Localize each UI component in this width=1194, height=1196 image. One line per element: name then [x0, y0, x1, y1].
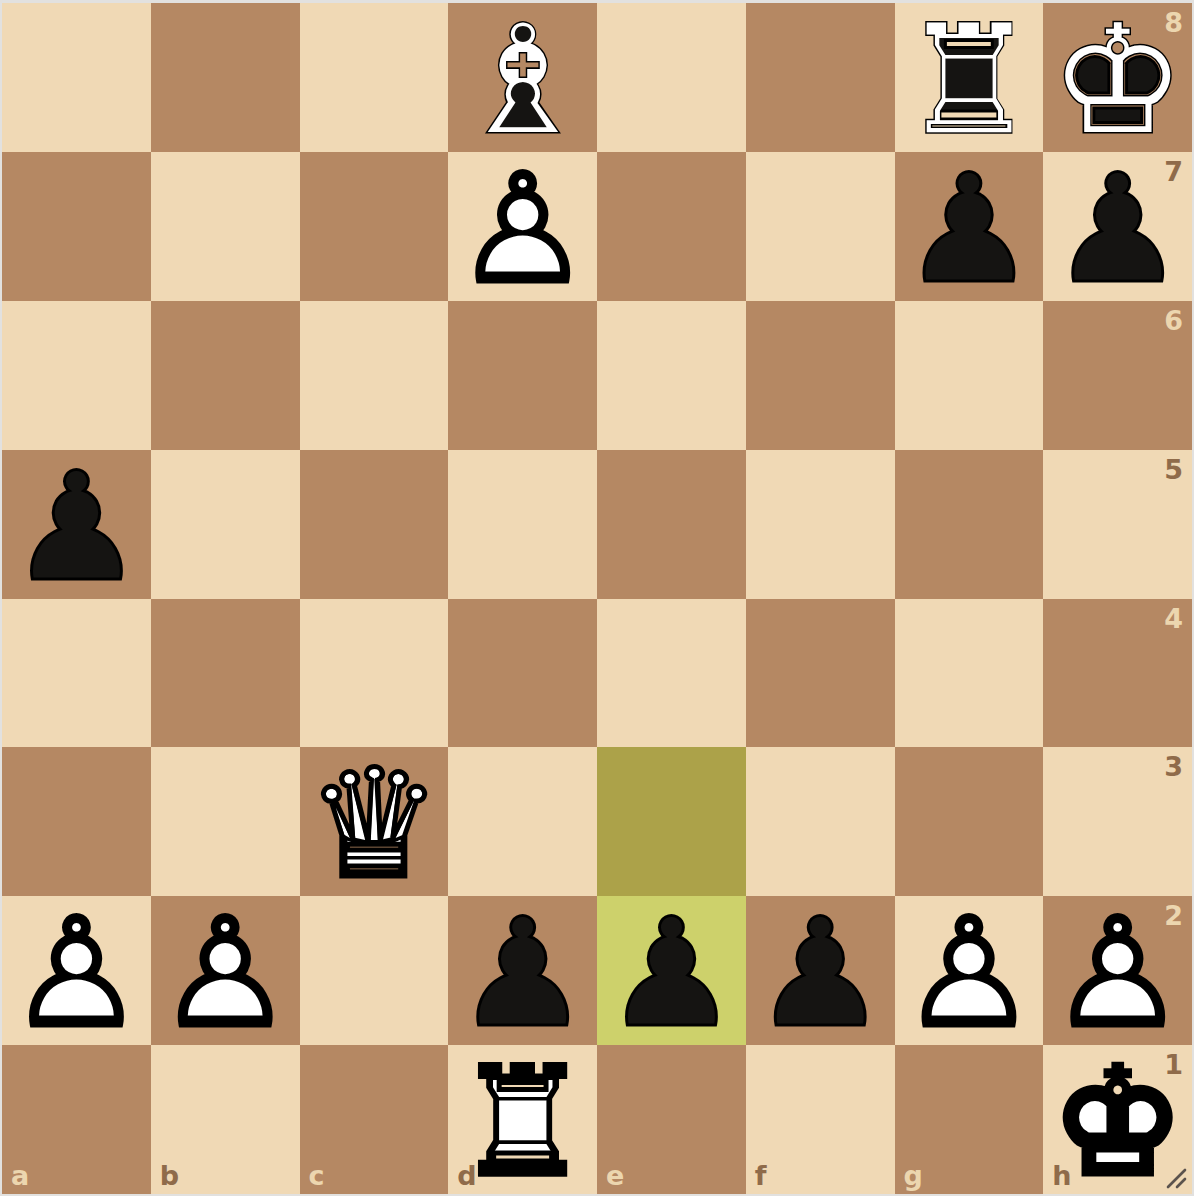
- piece-black-pawn[interactable]: ♟: [448, 896, 597, 1045]
- square-b8[interactable]: [151, 3, 300, 152]
- square-d7[interactable]: ♟♙: [448, 152, 597, 301]
- black-king-glyph-detail: ♔: [1050, 5, 1184, 155]
- square-d3[interactable]: [448, 747, 597, 896]
- piece-white-pawn[interactable]: ♟♙: [448, 152, 597, 301]
- square-e3[interactable]: [597, 747, 746, 896]
- square-g7[interactable]: ♟: [895, 152, 1044, 301]
- square-d5[interactable]: [448, 450, 597, 599]
- square-d6[interactable]: [448, 301, 597, 450]
- square-e7[interactable]: [597, 152, 746, 301]
- square-b1[interactable]: b: [151, 1045, 300, 1194]
- square-c3[interactable]: ♛♕: [300, 747, 449, 896]
- square-h8[interactable]: 8♚♔: [1043, 3, 1192, 152]
- square-e8[interactable]: [597, 3, 746, 152]
- white-pawn-glyph-detail: ♙: [455, 153, 589, 303]
- square-f8[interactable]: [746, 3, 895, 152]
- black-pawn-glyph: ♟: [1050, 153, 1184, 303]
- square-e2[interactable]: ♟: [597, 896, 746, 1045]
- square-c2[interactable]: [300, 896, 449, 1045]
- file-label-e: e: [606, 1162, 624, 1189]
- rank-label-4: 4: [1164, 605, 1183, 632]
- black-pawn-glyph: ♟: [455, 898, 589, 1048]
- piece-white-rook[interactable]: ♜♖: [448, 1045, 597, 1194]
- square-f4[interactable]: [746, 599, 895, 748]
- white-queen-glyph-detail: ♕: [307, 749, 441, 899]
- piece-black-pawn[interactable]: ♟: [746, 896, 895, 1045]
- rank-label-5: 5: [1164, 456, 1183, 483]
- square-e1[interactable]: e: [597, 1045, 746, 1194]
- square-h3[interactable]: 3: [1043, 747, 1192, 896]
- square-g1[interactable]: g: [895, 1045, 1044, 1194]
- square-b5[interactable]: [151, 450, 300, 599]
- rank-label-6: 6: [1164, 307, 1183, 334]
- square-h4[interactable]: 4: [1043, 599, 1192, 748]
- square-g8[interactable]: ♜♖: [895, 3, 1044, 152]
- white-pawn-glyph-detail: ♙: [9, 898, 143, 1048]
- file-label-g: g: [904, 1162, 923, 1189]
- square-h6[interactable]: 6: [1043, 301, 1192, 450]
- square-a4[interactable]: [2, 599, 151, 748]
- square-d4[interactable]: [448, 599, 597, 748]
- square-g3[interactable]: [895, 747, 1044, 896]
- square-g2[interactable]: ♟♙: [895, 896, 1044, 1045]
- page-background: ♝♗♜♖8♚♔♟♙♟7♟6♟54♛♕3♟♙♟♙♟♟♟♟♙2♟♙abcd♜♖efg…: [0, 0, 1194, 1196]
- square-f6[interactable]: [746, 301, 895, 450]
- piece-black-pawn[interactable]: ♟: [597, 896, 746, 1045]
- square-e4[interactable]: [597, 599, 746, 748]
- square-b2[interactable]: ♟♙: [151, 896, 300, 1045]
- black-pawn-glyph: ♟: [9, 451, 143, 601]
- square-a3[interactable]: [2, 747, 151, 896]
- piece-white-queen[interactable]: ♛♕: [300, 747, 449, 896]
- white-rook-glyph-detail: ♖: [455, 1047, 589, 1196]
- file-label-f: f: [755, 1162, 767, 1189]
- piece-white-pawn[interactable]: ♟♙: [151, 896, 300, 1045]
- square-a2[interactable]: ♟♙: [2, 896, 151, 1045]
- piece-black-pawn[interactable]: ♟: [2, 450, 151, 599]
- rank-label-3: 3: [1164, 753, 1183, 780]
- square-c1[interactable]: c: [300, 1045, 449, 1194]
- square-a6[interactable]: [2, 301, 151, 450]
- square-f2[interactable]: ♟: [746, 896, 895, 1045]
- file-label-b: b: [160, 1162, 179, 1189]
- piece-black-pawn[interactable]: ♟: [1043, 152, 1192, 301]
- square-d1[interactable]: d♜♖: [448, 1045, 597, 1194]
- black-pawn-glyph: ♟: [902, 153, 1036, 303]
- square-a5[interactable]: ♟: [2, 450, 151, 599]
- white-pawn-glyph-detail: ♙: [158, 898, 292, 1048]
- square-b6[interactable]: [151, 301, 300, 450]
- square-a1[interactable]: a: [2, 1045, 151, 1194]
- square-h7[interactable]: 7♟: [1043, 152, 1192, 301]
- piece-black-rook[interactable]: ♜♖: [895, 3, 1044, 152]
- square-e6[interactable]: [597, 301, 746, 450]
- file-label-a: a: [11, 1162, 29, 1189]
- piece-white-pawn[interactable]: ♟♙: [1043, 896, 1192, 1045]
- square-a8[interactable]: [2, 3, 151, 152]
- piece-white-pawn[interactable]: ♟♙: [2, 896, 151, 1045]
- white-pawn-glyph-detail: ♙: [1050, 898, 1184, 1048]
- piece-black-bishop[interactable]: ♝♗: [448, 3, 597, 152]
- square-h2[interactable]: 2♟♙: [1043, 896, 1192, 1045]
- piece-black-pawn[interactable]: ♟: [895, 152, 1044, 301]
- square-b4[interactable]: [151, 599, 300, 748]
- square-g4[interactable]: [895, 599, 1044, 748]
- square-g5[interactable]: [895, 450, 1044, 599]
- black-pawn-glyph: ♟: [604, 898, 738, 1048]
- board-resize-handle-icon[interactable]: [1164, 1166, 1188, 1190]
- white-pawn-glyph-detail: ♙: [902, 898, 1036, 1048]
- file-label-c: c: [309, 1162, 325, 1189]
- square-c6[interactable]: [300, 301, 449, 450]
- square-e5[interactable]: [597, 450, 746, 599]
- square-a7[interactable]: [2, 152, 151, 301]
- board-grid: ♝♗♜♖8♚♔♟♙♟7♟6♟54♛♕3♟♙♟♙♟♟♟♟♙2♟♙abcd♜♖efg…: [2, 3, 1192, 1194]
- square-g6[interactable]: [895, 301, 1044, 450]
- chess-board: ♝♗♜♖8♚♔♟♙♟7♟6♟54♛♕3♟♙♟♙♟♟♟♟♙2♟♙abcd♜♖efg…: [2, 3, 1192, 1194]
- square-b3[interactable]: [151, 747, 300, 896]
- square-c4[interactable]: [300, 599, 449, 748]
- piece-white-pawn[interactable]: ♟♙: [895, 896, 1044, 1045]
- square-f1[interactable]: f: [746, 1045, 895, 1194]
- black-rook-glyph-detail: ♖: [902, 5, 1036, 155]
- black-bishop-glyph-detail: ♗: [455, 5, 589, 155]
- piece-black-king[interactable]: ♚♔: [1043, 3, 1192, 152]
- square-d2[interactable]: ♟: [448, 896, 597, 1045]
- square-b7[interactable]: [151, 152, 300, 301]
- black-pawn-glyph: ♟: [753, 898, 887, 1048]
- square-f5[interactable]: [746, 450, 895, 599]
- square-c8[interactable]: [300, 3, 449, 152]
- square-c7[interactable]: [300, 152, 449, 301]
- square-h5[interactable]: 5: [1043, 450, 1192, 599]
- square-f3[interactable]: [746, 747, 895, 896]
- square-f7[interactable]: [746, 152, 895, 301]
- square-d8[interactable]: ♝♗: [448, 3, 597, 152]
- square-c5[interactable]: [300, 450, 449, 599]
